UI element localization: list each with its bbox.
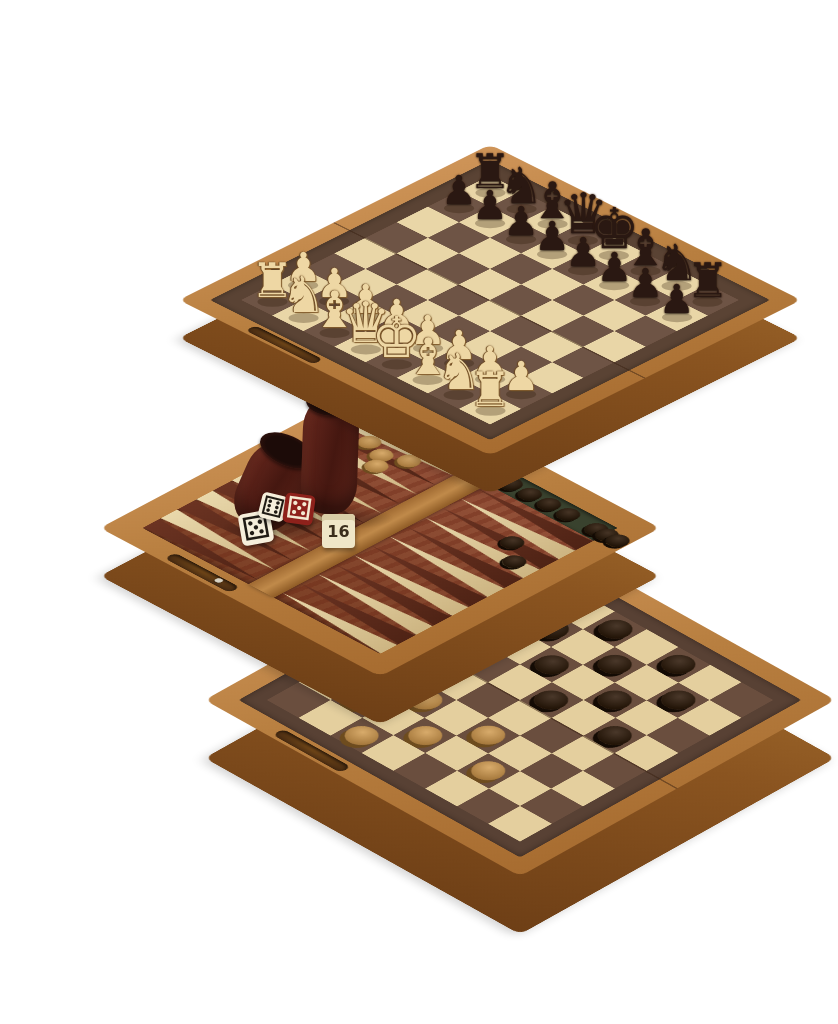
die-red: ⚄ <box>282 492 316 526</box>
die-face: ⚄ <box>282 492 316 526</box>
doubling-cube-value: 16 <box>327 522 349 541</box>
white-rook: ♜ <box>468 365 511 413</box>
product-photo-stage: ⚄⚅⚄ 16 ♜♞♝♛♚♝♞♜♟♟♟♟♟♟♟♟♟♟♟♟♟♟♟♟♜♞♝♛♚♝♞♜ <box>0 0 838 1024</box>
black-pawn: ♟ <box>659 279 695 319</box>
channel-gap <box>577 519 588 525</box>
stored-men-cluster <box>579 521 634 550</box>
doubling-cube: 16 <box>322 514 355 548</box>
